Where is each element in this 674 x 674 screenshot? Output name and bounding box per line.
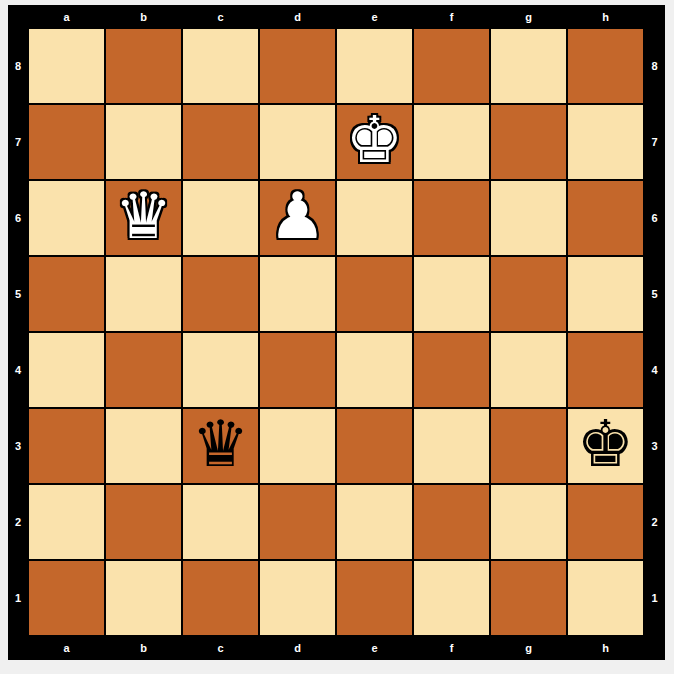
square-h1[interactable] bbox=[567, 560, 644, 636]
page-background: abcdefgh887♚76♛♟655443♛♚32211abcdefgh bbox=[0, 0, 674, 674]
file-label-top-b: b bbox=[105, 5, 182, 28]
file-label-top-g: g bbox=[490, 5, 567, 28]
rank-label-left-2: 2 bbox=[8, 484, 28, 560]
frame-corner-top-right bbox=[644, 5, 665, 28]
square-e7[interactable]: ♚ bbox=[336, 104, 413, 180]
square-c8[interactable] bbox=[182, 28, 259, 104]
square-d4[interactable] bbox=[259, 332, 336, 408]
square-d7[interactable] bbox=[259, 104, 336, 180]
square-c5[interactable] bbox=[182, 256, 259, 332]
rank-label-right-3: 3 bbox=[644, 408, 665, 484]
file-label-bottom-g: g bbox=[490, 636, 567, 660]
square-h8[interactable] bbox=[567, 28, 644, 104]
rank-label-right-1: 1 bbox=[644, 560, 665, 636]
square-d5[interactable] bbox=[259, 256, 336, 332]
square-b1[interactable] bbox=[105, 560, 182, 636]
square-h2[interactable] bbox=[567, 484, 644, 560]
square-b6[interactable]: ♛ bbox=[105, 180, 182, 256]
square-h4[interactable] bbox=[567, 332, 644, 408]
square-c2[interactable] bbox=[182, 484, 259, 560]
chessboard: abcdefgh887♚76♛♟655443♛♚32211abcdefgh bbox=[8, 5, 665, 660]
square-d2[interactable] bbox=[259, 484, 336, 560]
square-f7[interactable] bbox=[413, 104, 490, 180]
square-g8[interactable] bbox=[490, 28, 567, 104]
square-a1[interactable] bbox=[28, 560, 105, 636]
square-e8[interactable] bbox=[336, 28, 413, 104]
rank-label-left-7: 7 bbox=[8, 104, 28, 180]
square-c3[interactable]: ♛ bbox=[182, 408, 259, 484]
square-d8[interactable] bbox=[259, 28, 336, 104]
rank-label-right-4: 4 bbox=[644, 332, 665, 408]
square-e4[interactable] bbox=[336, 332, 413, 408]
rank-label-right-8: 8 bbox=[644, 28, 665, 104]
rank-label-left-5: 5 bbox=[8, 256, 28, 332]
black-queen[interactable]: ♛ bbox=[192, 412, 249, 476]
square-c4[interactable] bbox=[182, 332, 259, 408]
square-a2[interactable] bbox=[28, 484, 105, 560]
file-label-top-d: d bbox=[259, 5, 336, 28]
square-h6[interactable] bbox=[567, 180, 644, 256]
square-a3[interactable] bbox=[28, 408, 105, 484]
rank-label-left-8: 8 bbox=[8, 28, 28, 104]
rank-label-left-3: 3 bbox=[8, 408, 28, 484]
white-pawn[interactable]: ♟ bbox=[269, 184, 326, 248]
rank-label-left-1: 1 bbox=[8, 560, 28, 636]
square-b3[interactable] bbox=[105, 408, 182, 484]
file-label-bottom-b: b bbox=[105, 636, 182, 660]
square-c7[interactable] bbox=[182, 104, 259, 180]
square-e1[interactable] bbox=[336, 560, 413, 636]
file-label-bottom-c: c bbox=[182, 636, 259, 660]
white-queen[interactable]: ♛ bbox=[115, 184, 172, 248]
rank-label-left-6: 6 bbox=[8, 180, 28, 256]
square-g5[interactable] bbox=[490, 256, 567, 332]
square-b8[interactable] bbox=[105, 28, 182, 104]
white-king[interactable]: ♚ bbox=[346, 108, 403, 172]
rank-label-right-6: 6 bbox=[644, 180, 665, 256]
square-c1[interactable] bbox=[182, 560, 259, 636]
file-label-top-e: e bbox=[336, 5, 413, 28]
square-e2[interactable] bbox=[336, 484, 413, 560]
square-b2[interactable] bbox=[105, 484, 182, 560]
square-c6[interactable] bbox=[182, 180, 259, 256]
frame-corner-top-left bbox=[8, 5, 28, 28]
square-b5[interactable] bbox=[105, 256, 182, 332]
file-label-top-c: c bbox=[182, 5, 259, 28]
square-h5[interactable] bbox=[567, 256, 644, 332]
square-e5[interactable] bbox=[336, 256, 413, 332]
frame-corner-bottom-left bbox=[8, 636, 28, 660]
rank-label-right-2: 2 bbox=[644, 484, 665, 560]
square-e6[interactable] bbox=[336, 180, 413, 256]
square-g7[interactable] bbox=[490, 104, 567, 180]
file-label-bottom-d: d bbox=[259, 636, 336, 660]
square-f6[interactable] bbox=[413, 180, 490, 256]
rank-label-left-4: 4 bbox=[8, 332, 28, 408]
square-f2[interactable] bbox=[413, 484, 490, 560]
square-f1[interactable] bbox=[413, 560, 490, 636]
square-f3[interactable] bbox=[413, 408, 490, 484]
frame-corner-bottom-right bbox=[644, 636, 665, 660]
square-d6[interactable]: ♟ bbox=[259, 180, 336, 256]
square-a6[interactable] bbox=[28, 180, 105, 256]
file-label-bottom-h: h bbox=[567, 636, 644, 660]
file-label-top-f: f bbox=[413, 5, 490, 28]
square-g6[interactable] bbox=[490, 180, 567, 256]
file-label-bottom-e: e bbox=[336, 636, 413, 660]
file-label-bottom-a: a bbox=[28, 636, 105, 660]
square-b7[interactable] bbox=[105, 104, 182, 180]
square-d1[interactable] bbox=[259, 560, 336, 636]
square-f8[interactable] bbox=[413, 28, 490, 104]
square-h3[interactable]: ♚ bbox=[567, 408, 644, 484]
file-label-top-a: a bbox=[28, 5, 105, 28]
rank-label-right-5: 5 bbox=[644, 256, 665, 332]
square-f5[interactable] bbox=[413, 256, 490, 332]
rank-label-right-7: 7 bbox=[644, 104, 665, 180]
square-h7[interactable] bbox=[567, 104, 644, 180]
square-g2[interactable] bbox=[490, 484, 567, 560]
square-g4[interactable] bbox=[490, 332, 567, 408]
square-a5[interactable] bbox=[28, 256, 105, 332]
square-d3[interactable] bbox=[259, 408, 336, 484]
square-b4[interactable] bbox=[105, 332, 182, 408]
file-label-bottom-f: f bbox=[413, 636, 490, 660]
square-a4[interactable] bbox=[28, 332, 105, 408]
file-label-top-h: h bbox=[567, 5, 644, 28]
square-a7[interactable] bbox=[28, 104, 105, 180]
square-a8[interactable] bbox=[28, 28, 105, 104]
square-g1[interactable] bbox=[490, 560, 567, 636]
square-e3[interactable] bbox=[336, 408, 413, 484]
square-f4[interactable] bbox=[413, 332, 490, 408]
black-king[interactable]: ♚ bbox=[577, 412, 634, 476]
square-g3[interactable] bbox=[490, 408, 567, 484]
